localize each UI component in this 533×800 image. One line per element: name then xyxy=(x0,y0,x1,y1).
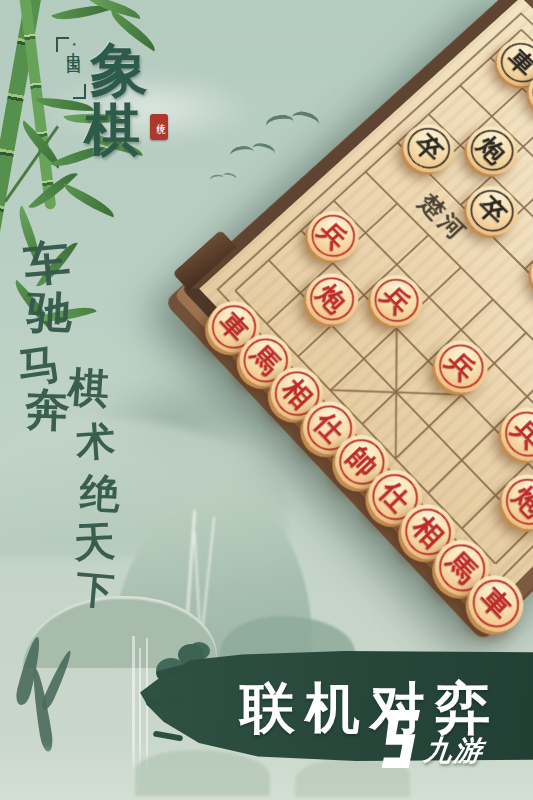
piece-glyph: 兵 xyxy=(439,344,484,389)
publisher-logo: 九游 xyxy=(378,708,508,772)
piece-glyph: 車 xyxy=(473,579,520,627)
seal-text: 传统 xyxy=(154,116,167,118)
piece-glyph: 炮 xyxy=(506,478,533,525)
piece-glyph: 兵 xyxy=(505,411,533,457)
piece-glyph: 兵 xyxy=(374,279,419,322)
bird-icon xyxy=(210,173,238,183)
title-char: 棋 xyxy=(84,102,140,158)
slogan-char: 天 xyxy=(73,521,116,564)
piece-glyph: 車 xyxy=(500,43,533,83)
slogan-char: 奔 xyxy=(24,387,71,434)
country-label: 中·国 xyxy=(64,41,82,49)
title-char: 象 xyxy=(90,42,148,100)
country-label-frame: 中·国 xyxy=(56,37,86,99)
piece-glyph: 炮 xyxy=(310,276,355,319)
slogan-char: 绝 xyxy=(79,473,121,515)
poster-stage: 中·国 象棋 传统 车驰马奔 棋术绝天下 楚河 車馬相仕帥仕相馬車炮炮兵兵兵兵兵… xyxy=(0,0,533,800)
brush-streak xyxy=(153,730,184,741)
slogan-char: 棋 xyxy=(67,367,111,411)
slogan-char: 术 xyxy=(75,421,117,463)
9game-g-mark-icon xyxy=(378,710,420,768)
piece-glyph: 兵 xyxy=(311,215,355,258)
slogan-char: 车 xyxy=(22,239,72,289)
bamboo-leaf xyxy=(60,184,119,218)
publisher-name: 九游 xyxy=(422,732,486,770)
tradition-seal: 传统 xyxy=(150,114,168,140)
piece-glyph: 卒 xyxy=(470,189,514,231)
piece-glyph: 卒 xyxy=(407,127,450,168)
slogan-char: 下 xyxy=(74,569,115,610)
piece-glyph: 炮 xyxy=(470,129,513,170)
slogan-char: 马 xyxy=(15,342,62,389)
bird-icon xyxy=(230,144,278,161)
slogan-char: 驰 xyxy=(26,290,73,337)
bird-icon xyxy=(266,112,322,132)
